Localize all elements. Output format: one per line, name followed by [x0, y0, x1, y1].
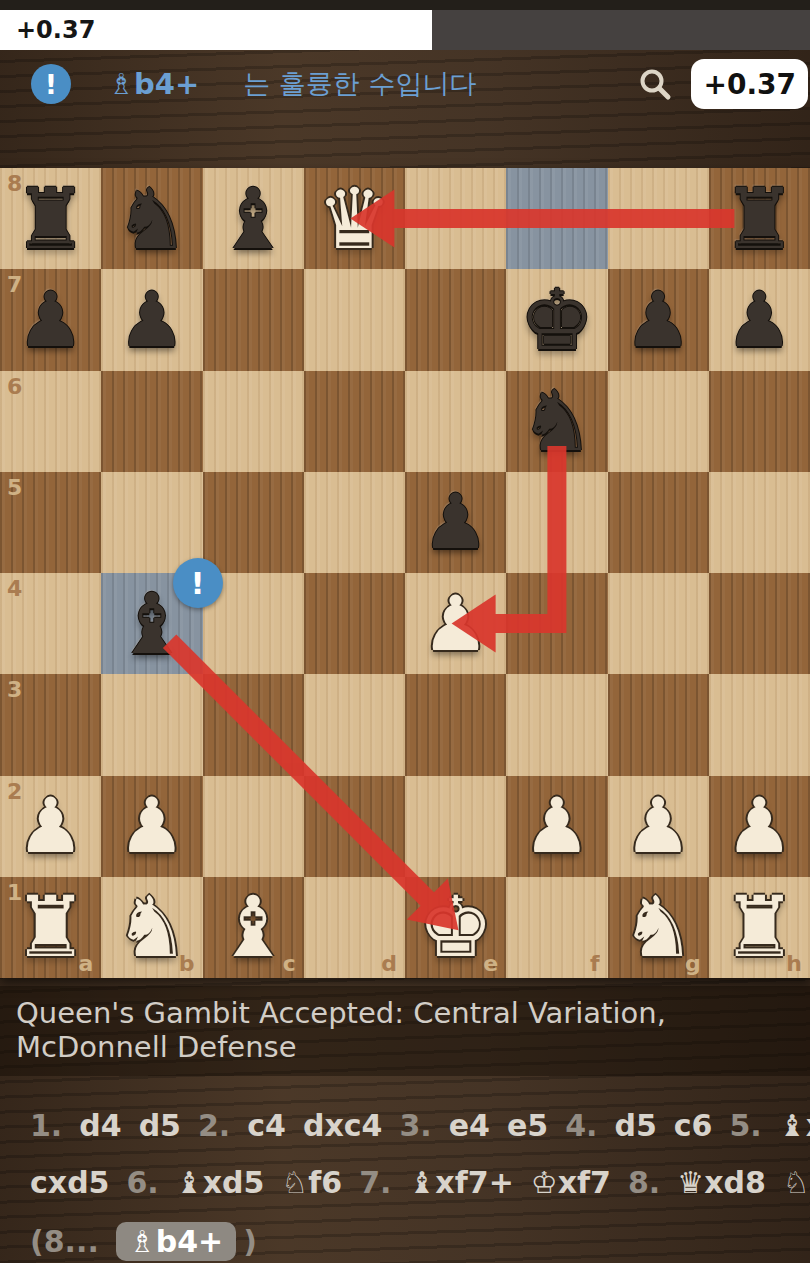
white-queen-d8[interactable]: ♛ [317, 177, 392, 261]
black-knight-f6[interactable]: ♞ [519, 379, 594, 463]
white-king-e1[interactable]: ♚ [418, 885, 493, 969]
square-a3[interactable]: 3 [0, 674, 101, 775]
square-b8[interactable]: ♞ [101, 168, 202, 269]
move-number: 5. [730, 1108, 762, 1143]
move-san[interactable]: d5 [139, 1108, 181, 1143]
square-e8[interactable] [405, 168, 506, 269]
move-number: 8. [628, 1165, 660, 1200]
move-number: 2. [198, 1108, 230, 1143]
white-pawn-g2[interactable]: ♟ [624, 788, 692, 864]
rank-label-4: 4 [7, 576, 22, 601]
square-g8[interactable] [608, 168, 709, 269]
black-king-f7[interactable]: ♚ [519, 278, 594, 362]
move-san[interactable]: ♔xf7 [531, 1165, 611, 1200]
square-a8[interactable]: 8♜ [0, 168, 101, 269]
square-a4[interactable]: 4 [0, 573, 101, 674]
rank-label-5: 5 [7, 475, 22, 500]
file-label-e: e [483, 951, 498, 976]
square-f7[interactable]: ♚ [506, 269, 607, 370]
move-number: 3. [399, 1108, 431, 1143]
move-san[interactable]: d5 [614, 1108, 656, 1143]
square-d1[interactable]: d [304, 877, 405, 978]
evaluation-bar-dark [432, 10, 810, 50]
square-h3[interactable] [709, 674, 810, 775]
square-b1[interactable]: b♞ [101, 877, 202, 978]
move-list-line-2: cxd56.♝xd5♘f67.♝xf7+♔xf78.♛xd8♘c6 [0, 1165, 810, 1200]
move-san[interactable]: ♝xc4 [779, 1108, 810, 1143]
square-h8[interactable]: ♜ [709, 168, 810, 269]
square-b2[interactable]: ♟ [101, 776, 202, 877]
evaluation-pill[interactable]: +0.37 [691, 59, 808, 109]
file-label-d: d [381, 951, 397, 976]
white-pawn-a2[interactable]: ♟ [17, 788, 85, 864]
square-h1[interactable]: h♜ [709, 877, 810, 978]
rank-label-3: 3 [7, 677, 22, 702]
square-h7[interactable]: ♟ [709, 269, 810, 370]
rank-label-1: 1 [7, 880, 22, 905]
square-c2[interactable] [203, 776, 304, 877]
move-san[interactable]: e4 [449, 1108, 490, 1143]
square-c5[interactable] [203, 472, 304, 573]
move-number: ) [243, 1224, 257, 1259]
square-d5[interactable] [304, 472, 405, 573]
square-e3[interactable] [405, 674, 506, 775]
square-f4[interactable] [506, 573, 607, 674]
square-e2[interactable] [405, 776, 506, 877]
square-h2[interactable]: ♟ [709, 776, 810, 877]
square-f3[interactable] [506, 674, 607, 775]
file-label-f: f [590, 951, 600, 976]
exclamation-icon: ! [45, 69, 57, 100]
move-san[interactable]: ♝xd5 [176, 1165, 265, 1200]
white-rook-a1[interactable]: ♜ [13, 885, 88, 969]
header-comment-text: 는 훌륭한 수입니다 [243, 66, 476, 102]
square-f2[interactable]: ♟ [506, 776, 607, 877]
move-list-line-3: (8...♗b4+) [0, 1222, 810, 1261]
black-pawn-b7[interactable]: ♟ [118, 282, 186, 358]
square-f8[interactable] [506, 168, 607, 269]
search-button[interactable] [635, 64, 675, 104]
move-san[interactable]: c6 [674, 1108, 713, 1143]
square-e5[interactable]: ♟ [405, 472, 506, 573]
status-strip [0, 0, 810, 10]
rank-label-8: 8 [7, 171, 22, 196]
white-pawn-b2[interactable]: ♟ [118, 788, 186, 864]
move-san[interactable]: dxc4 [303, 1108, 382, 1143]
chess-board: 8♜♞♝♛♜7♟♟♚♟♟6♞5♟4♝♟32♟♟♟♟♟1a♜b♞c♝de♚fg♞h… [0, 168, 810, 978]
square-b5[interactable] [101, 472, 202, 573]
move-number: 7. [359, 1165, 391, 1200]
square-e7[interactable] [405, 269, 506, 370]
square-g2[interactable]: ♟ [608, 776, 709, 877]
square-d3[interactable] [304, 674, 405, 775]
square-g3[interactable] [608, 674, 709, 775]
move-number: (8... [30, 1224, 99, 1259]
evaluation-bar-white: +0.37 [0, 10, 432, 50]
move-san[interactable]: ♛xd8 [677, 1165, 766, 1200]
square-d4[interactable] [304, 573, 405, 674]
square-d8[interactable]: ♛ [304, 168, 405, 269]
square-c8[interactable]: ♝ [203, 168, 304, 269]
square-f5[interactable] [506, 472, 607, 573]
header-move-san: ♗b4+ [108, 67, 199, 101]
square-a2[interactable]: 2♟ [0, 776, 101, 877]
opening-name: Queen's Gambit Accepted: Central Variati… [0, 986, 810, 1076]
square-f6[interactable]: ♞ [506, 371, 607, 472]
white-pawn-f2[interactable]: ♟ [523, 788, 591, 864]
move-number: 4. [565, 1108, 597, 1143]
move-san[interactable]: cxd5 [30, 1165, 109, 1200]
move-san[interactable]: ♘f6 [281, 1165, 342, 1200]
file-label-g: g [685, 951, 701, 976]
square-d6[interactable] [304, 371, 405, 472]
move-number: 1. [30, 1108, 62, 1143]
rank-label-2: 2 [7, 779, 22, 804]
evaluation-bar: +0.37 [0, 10, 810, 50]
square-h6[interactable] [709, 371, 810, 472]
square-f1[interactable]: f [506, 877, 607, 978]
square-a6[interactable]: 6 [0, 371, 101, 472]
move-san[interactable]: ♝xf7+ [408, 1165, 513, 1200]
square-c7[interactable] [203, 269, 304, 370]
move-san[interactable]: ♘c6 [783, 1165, 810, 1200]
white-bishop-c1[interactable]: ♝ [215, 885, 290, 969]
move-list-line-1: 1.d4d52.c4dxc43.e4e54.d5c65.♝xc4 [0, 1108, 810, 1143]
square-b7[interactable]: ♟ [101, 269, 202, 370]
square-d2[interactable] [304, 776, 405, 877]
rank-label-6: 6 [7, 374, 22, 399]
black-bishop-c8[interactable]: ♝ [215, 177, 290, 261]
app-screen: +0.37 ! ♗b4+ 는 훌륭한 수입니다 +0.37 8♜♞♝♛♜7♟♟♚… [0, 0, 810, 1263]
square-g6[interactable] [608, 371, 709, 472]
square-e1[interactable]: e♚ [405, 877, 506, 978]
good-move-square-badge: ! [173, 558, 223, 608]
move-list: 1.d4d52.c4dxc43.e4e54.d5c65.♝xc4cxd56.♝x… [0, 1108, 810, 1261]
square-h5[interactable] [709, 472, 810, 573]
square-b6[interactable] [101, 371, 202, 472]
evaluation-value-left: +0.37 [16, 16, 95, 44]
analysis-header: ! ♗b4+ 는 훌륭한 수입니다 +0.37 [0, 50, 810, 118]
black-rook-a8[interactable]: ♜ [13, 177, 88, 261]
search-icon [637, 66, 673, 102]
black-pawn-a7[interactable]: ♟ [17, 282, 85, 358]
black-pawn-e5[interactable]: ♟ [422, 484, 490, 560]
square-c6[interactable] [203, 371, 304, 472]
square-a7[interactable]: 7♟ [0, 269, 101, 370]
square-e4[interactable]: ♟ [405, 573, 506, 674]
square-b3[interactable] [101, 674, 202, 775]
file-label-h: h [786, 951, 802, 976]
move-san[interactable]: d4 [79, 1108, 121, 1143]
square-c1[interactable]: c♝ [203, 877, 304, 978]
move-number: 6. [126, 1165, 158, 1200]
move-san[interactable]: e5 [507, 1108, 548, 1143]
file-label-a: a [78, 951, 93, 976]
square-g1[interactable]: g♞ [608, 877, 709, 978]
square-g4[interactable] [608, 573, 709, 674]
evaluation-value-right: +0.37 [703, 68, 796, 101]
square-h4[interactable] [709, 573, 810, 674]
square-g5[interactable] [608, 472, 709, 573]
white-pawn-e4[interactable]: ♟ [422, 586, 490, 662]
rank-label-7: 7 [7, 272, 22, 297]
square-d7[interactable] [304, 269, 405, 370]
file-label-b: b [179, 951, 195, 976]
square-a1[interactable]: 1a♜ [0, 877, 101, 978]
good-move-badge: ! [31, 64, 71, 104]
move-san[interactable]: c4 [247, 1108, 286, 1143]
black-knight-b8[interactable]: ♞ [114, 177, 189, 261]
current-move-chip[interactable]: ♗b4+ [116, 1222, 236, 1261]
white-pawn-h2[interactable]: ♟ [725, 788, 793, 864]
file-label-c: c [283, 951, 296, 976]
square-a5[interactable]: 5 [0, 472, 101, 573]
square-g7[interactable]: ♟ [608, 269, 709, 370]
square-e6[interactable] [405, 371, 506, 472]
black-pawn-h7[interactable]: ♟ [725, 282, 793, 358]
square-c3[interactable] [203, 674, 304, 775]
black-rook-h8[interactable]: ♜ [722, 177, 797, 261]
black-pawn-g7[interactable]: ♟ [624, 282, 692, 358]
